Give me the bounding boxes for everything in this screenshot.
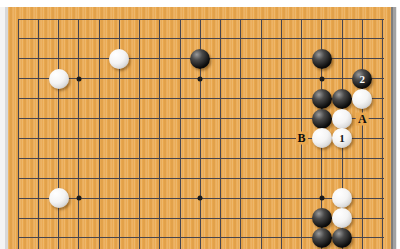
grid-line-horizontal [18,158,384,159]
black-stone[interactable] [332,228,352,248]
go-board[interactable]: 21AB [8,7,391,249]
grid-line-vertical [220,19,221,249]
grid-line-vertical [382,19,383,249]
black-stone[interactable] [190,49,210,69]
star-point [319,76,324,81]
move-number: 1 [339,128,345,148]
go-diagram-page: 21AB [0,0,400,249]
grid-line-vertical [180,19,181,249]
grid-line-vertical [99,19,100,249]
white-stone[interactable] [109,49,129,69]
black-stone[interactable] [312,89,332,109]
grid-line-vertical [38,19,39,249]
grid-line-vertical [240,19,241,249]
black-stone-move-2[interactable]: 2 [352,69,372,89]
star-point [198,196,203,201]
white-stone[interactable] [332,188,352,208]
white-stone[interactable] [312,128,332,148]
black-stone[interactable] [332,89,352,109]
white-stone[interactable] [49,188,69,208]
white-stone-move-1[interactable]: 1 [332,128,352,148]
grid-line-horizontal [18,38,384,39]
white-stone[interactable] [352,89,372,109]
black-stone[interactable] [312,49,332,69]
board-left-margin [0,7,8,249]
grid-line-vertical [159,19,160,249]
star-point [198,76,203,81]
white-stone[interactable] [332,208,352,228]
star-point [319,196,324,201]
grid-line-vertical [78,19,79,249]
black-stone[interactable] [312,208,332,228]
point-label-B[interactable]: B [295,132,307,145]
move-number: 2 [360,69,366,89]
star-point [76,196,81,201]
grid-line-vertical [261,19,262,249]
grid-line-vertical [139,19,140,249]
black-stone[interactable] [312,228,332,248]
grid-line-horizontal [18,19,384,20]
white-stone[interactable] [49,69,69,89]
white-stone[interactable] [332,109,352,129]
grid-line-vertical [58,19,59,249]
black-stone[interactable] [312,109,332,129]
point-label-A[interactable]: A [356,112,369,125]
star-point [76,76,81,81]
grid-line-vertical [362,19,363,249]
grid-line-vertical [18,19,19,249]
grid-line-vertical [281,19,282,249]
grid-line-horizontal [18,178,384,179]
board-right-shadow [391,7,397,249]
